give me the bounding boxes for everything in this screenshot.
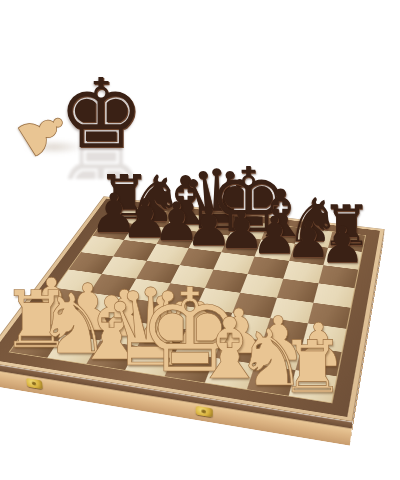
brass-clasp-icon bbox=[196, 406, 213, 418]
square-h5[interactable] bbox=[313, 283, 354, 308]
square-g5[interactable] bbox=[277, 279, 319, 303]
product-photo-stage: ♟ ♚ ♚ ♜♞♝♛♚♟♝♟♞♟♜♟♟♟♟♟♟♟♟♟♟♜♟♞♟♝♟♛♚♝♞♜ bbox=[0, 0, 400, 480]
white-rook-h1[interactable]: ♜ bbox=[276, 331, 348, 403]
black-pawn-h7[interactable]: ♟ bbox=[317, 220, 367, 270]
brass-clasp-icon bbox=[26, 378, 43, 389]
